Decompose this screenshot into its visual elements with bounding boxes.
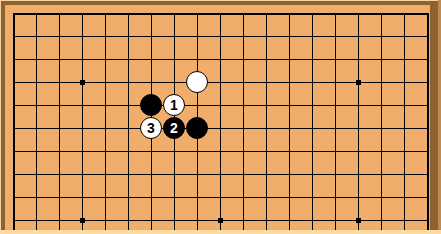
white-stone-move-3: 3 xyxy=(140,117,162,139)
frame-highlight-left xyxy=(0,0,1,234)
star-point xyxy=(218,218,223,223)
frame-edge-bottom xyxy=(0,230,441,234)
star-point xyxy=(80,80,85,85)
white-stone xyxy=(186,71,208,93)
star-point xyxy=(80,218,85,223)
star-point xyxy=(356,218,361,223)
black-stone-move-2: 2 xyxy=(163,117,185,139)
frame-highlight-top xyxy=(0,0,441,1)
go-board: 132 xyxy=(5,5,430,230)
screenshot: 132 xyxy=(0,0,441,234)
go-diagram: 132 xyxy=(0,0,441,234)
black-stone xyxy=(186,117,208,139)
star-point xyxy=(356,80,361,85)
black-stone xyxy=(140,94,162,116)
white-stone-move-1: 1 xyxy=(163,94,185,116)
stones-layer: 132 xyxy=(5,5,430,230)
